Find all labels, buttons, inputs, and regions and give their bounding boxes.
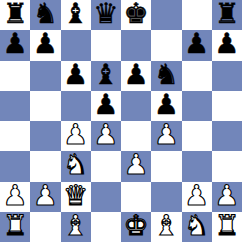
piece-white-bishop: ♝ (154, 212, 179, 241)
square-g8[interactable] (182, 0, 212, 30)
piece-black-pawn: ♟ (93, 91, 118, 120)
square-c2[interactable]: ♛ (61, 182, 91, 212)
square-f6[interactable]: ♞ (151, 61, 181, 91)
piece-black-pawn: ♟ (33, 30, 58, 59)
square-d4[interactable]: ♟ (91, 121, 121, 151)
square-b7[interactable]: ♟ (30, 30, 60, 60)
piece-black-pawn: ♟ (154, 91, 179, 120)
square-f1[interactable]: ♝ (151, 212, 181, 242)
square-a2[interactable]: ♟ (0, 182, 30, 212)
piece-black-rook: ♜ (3, 0, 28, 29)
square-d3[interactable] (91, 151, 121, 181)
piece-black-pawn: ♟ (3, 30, 28, 59)
square-f2[interactable] (151, 182, 181, 212)
piece-white-queen: ♛ (63, 182, 88, 211)
square-e4[interactable] (121, 121, 151, 151)
square-f5[interactable]: ♟ (151, 91, 181, 121)
square-d2[interactable] (91, 182, 121, 212)
square-g5[interactable] (182, 91, 212, 121)
square-e3[interactable]: ♟ (121, 151, 151, 181)
square-c1[interactable]: ♝ (61, 212, 91, 242)
square-h7[interactable]: ♟ (212, 30, 242, 60)
square-c5[interactable] (61, 91, 91, 121)
square-g4[interactable] (182, 121, 212, 151)
piece-white-pawn: ♟ (33, 182, 58, 211)
square-h1[interactable]: ♜ (212, 212, 242, 242)
piece-black-pawn: ♟ (214, 30, 239, 59)
square-h5[interactable] (212, 91, 242, 121)
piece-white-rook: ♜ (3, 212, 28, 241)
square-b6[interactable] (30, 61, 60, 91)
square-f4[interactable]: ♟ (151, 121, 181, 151)
square-g1[interactable]: ♞ (182, 212, 212, 242)
piece-white-pawn: ♟ (124, 151, 149, 180)
piece-white-rook: ♜ (214, 212, 239, 241)
square-h6[interactable] (212, 61, 242, 91)
square-c8[interactable]: ♝ (61, 0, 91, 30)
square-a5[interactable] (0, 91, 30, 121)
square-b4[interactable] (30, 121, 60, 151)
piece-black-queen: ♛ (93, 0, 118, 29)
square-e8[interactable]: ♚ (121, 0, 151, 30)
square-a4[interactable] (0, 121, 30, 151)
square-c4[interactable]: ♟ (61, 121, 91, 151)
square-b2[interactable]: ♟ (30, 182, 60, 212)
piece-black-knight: ♞ (33, 0, 58, 29)
square-c6[interactable]: ♟ (61, 61, 91, 91)
chess-board: ♜♞♝♛♚♜♟♟♟♟♟♝♟♞♟♟♟♟♟♞♟♟♟♛♟♟♜♝♚♝♞♜ (0, 0, 242, 242)
square-f7[interactable] (151, 30, 181, 60)
square-h4[interactable] (212, 121, 242, 151)
square-e7[interactable] (121, 30, 151, 60)
square-d5[interactable]: ♟ (91, 91, 121, 121)
square-e6[interactable]: ♟ (121, 61, 151, 91)
square-b1[interactable] (30, 212, 60, 242)
square-g6[interactable] (182, 61, 212, 91)
square-d8[interactable]: ♛ (91, 0, 121, 30)
square-d1[interactable] (91, 212, 121, 242)
square-a7[interactable]: ♟ (0, 30, 30, 60)
square-d7[interactable] (91, 30, 121, 60)
square-b3[interactable] (30, 151, 60, 181)
square-g3[interactable] (182, 151, 212, 181)
piece-white-bishop: ♝ (63, 212, 88, 241)
piece-black-pawn: ♟ (63, 61, 88, 90)
piece-white-pawn: ♟ (214, 182, 239, 211)
piece-white-pawn: ♟ (154, 121, 179, 150)
square-a3[interactable] (0, 151, 30, 181)
piece-white-king: ♚ (124, 212, 149, 241)
piece-white-pawn: ♟ (63, 121, 88, 150)
square-f8[interactable] (151, 0, 181, 30)
square-c3[interactable]: ♞ (61, 151, 91, 181)
square-b8[interactable]: ♞ (30, 0, 60, 30)
piece-black-bishop: ♝ (93, 61, 118, 90)
square-a6[interactable] (0, 61, 30, 91)
square-g2[interactable]: ♟ (182, 182, 212, 212)
square-h8[interactable]: ♜ (212, 0, 242, 30)
piece-black-pawn: ♟ (124, 61, 149, 90)
square-d6[interactable]: ♝ (91, 61, 121, 91)
square-h3[interactable] (212, 151, 242, 181)
square-a8[interactable]: ♜ (0, 0, 30, 30)
piece-black-bishop: ♝ (63, 0, 88, 29)
square-c7[interactable] (61, 30, 91, 60)
piece-white-knight: ♞ (184, 212, 209, 241)
piece-white-pawn: ♟ (184, 182, 209, 211)
piece-black-rook: ♜ (214, 0, 239, 29)
square-b5[interactable] (30, 91, 60, 121)
piece-black-king: ♚ (124, 0, 149, 29)
square-e5[interactable] (121, 91, 151, 121)
square-e1[interactable]: ♚ (121, 212, 151, 242)
piece-black-pawn: ♟ (184, 30, 209, 59)
square-e2[interactable] (121, 182, 151, 212)
square-g7[interactable]: ♟ (182, 30, 212, 60)
square-h2[interactable]: ♟ (212, 182, 242, 212)
piece-white-knight: ♞ (63, 151, 88, 180)
piece-white-pawn: ♟ (93, 121, 118, 150)
square-a1[interactable]: ♜ (0, 212, 30, 242)
piece-black-knight: ♞ (154, 61, 179, 90)
piece-white-pawn: ♟ (3, 182, 28, 211)
square-f3[interactable] (151, 151, 181, 181)
